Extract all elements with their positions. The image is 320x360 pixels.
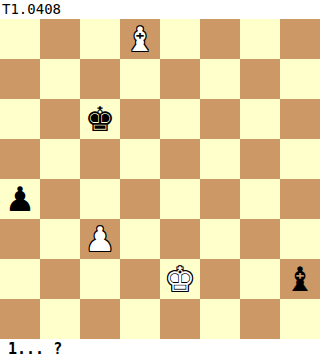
- square-d8[interactable]: ♝: [120, 19, 160, 59]
- square-f3[interactable]: [200, 219, 240, 259]
- square-d3[interactable]: [120, 219, 160, 259]
- square-a4[interactable]: ♟: [0, 179, 40, 219]
- square-d6[interactable]: [120, 99, 160, 139]
- chess-board: ♝♚♟♟♚♝: [0, 19, 320, 339]
- square-c8[interactable]: [80, 19, 120, 59]
- piece-black-bishop[interactable]: ♝: [285, 259, 315, 299]
- square-d4[interactable]: [120, 179, 160, 219]
- square-d7[interactable]: [120, 59, 160, 99]
- square-f1[interactable]: [200, 299, 240, 339]
- square-a1[interactable]: [0, 299, 40, 339]
- square-e3[interactable]: [160, 219, 200, 259]
- piece-black-king[interactable]: ♚: [85, 99, 115, 139]
- square-h8[interactable]: [280, 19, 320, 59]
- piece-white-bishop[interactable]: ♝: [125, 19, 155, 59]
- piece-black-pawn[interactable]: ♟: [5, 179, 35, 219]
- square-b5[interactable]: [40, 139, 80, 179]
- square-g6[interactable]: [240, 99, 280, 139]
- square-a5[interactable]: [0, 139, 40, 179]
- square-f6[interactable]: [200, 99, 240, 139]
- square-h6[interactable]: [280, 99, 320, 139]
- square-f5[interactable]: [200, 139, 240, 179]
- square-h4[interactable]: [280, 179, 320, 219]
- square-g1[interactable]: [240, 299, 280, 339]
- square-g5[interactable]: [240, 139, 280, 179]
- piece-white-king[interactable]: ♚: [165, 259, 195, 299]
- square-h5[interactable]: [280, 139, 320, 179]
- square-h3[interactable]: [280, 219, 320, 259]
- puzzle-title: T1.0408: [0, 0, 320, 19]
- square-h1[interactable]: [280, 299, 320, 339]
- square-c5[interactable]: [80, 139, 120, 179]
- move-prompt: 1... ?: [0, 339, 320, 360]
- square-c4[interactable]: [80, 179, 120, 219]
- square-b8[interactable]: [40, 19, 80, 59]
- square-g7[interactable]: [240, 59, 280, 99]
- square-d5[interactable]: [120, 139, 160, 179]
- square-c2[interactable]: [80, 259, 120, 299]
- square-d1[interactable]: [120, 299, 160, 339]
- square-c6[interactable]: ♚: [80, 99, 120, 139]
- square-a3[interactable]: [0, 219, 40, 259]
- square-c1[interactable]: [80, 299, 120, 339]
- square-b4[interactable]: [40, 179, 80, 219]
- square-g2[interactable]: [240, 259, 280, 299]
- square-e6[interactable]: [160, 99, 200, 139]
- square-b3[interactable]: [40, 219, 80, 259]
- square-a2[interactable]: [0, 259, 40, 299]
- square-e4[interactable]: [160, 179, 200, 219]
- square-c7[interactable]: [80, 59, 120, 99]
- square-d2[interactable]: [120, 259, 160, 299]
- square-a6[interactable]: [0, 99, 40, 139]
- square-f2[interactable]: [200, 259, 240, 299]
- piece-white-pawn[interactable]: ♟: [85, 219, 115, 259]
- square-b7[interactable]: [40, 59, 80, 99]
- square-f4[interactable]: [200, 179, 240, 219]
- square-c3[interactable]: ♟: [80, 219, 120, 259]
- square-e7[interactable]: [160, 59, 200, 99]
- square-e1[interactable]: [160, 299, 200, 339]
- square-e8[interactable]: [160, 19, 200, 59]
- square-a8[interactable]: [0, 19, 40, 59]
- square-g3[interactable]: [240, 219, 280, 259]
- square-f8[interactable]: [200, 19, 240, 59]
- square-a7[interactable]: [0, 59, 40, 99]
- square-b6[interactable]: [40, 99, 80, 139]
- square-h2[interactable]: ♝: [280, 259, 320, 299]
- square-e2[interactable]: ♚: [160, 259, 200, 299]
- square-b1[interactable]: [40, 299, 80, 339]
- square-f7[interactable]: [200, 59, 240, 99]
- square-e5[interactable]: [160, 139, 200, 179]
- square-g4[interactable]: [240, 179, 280, 219]
- square-h7[interactable]: [280, 59, 320, 99]
- square-b2[interactable]: [40, 259, 80, 299]
- square-g8[interactable]: [240, 19, 280, 59]
